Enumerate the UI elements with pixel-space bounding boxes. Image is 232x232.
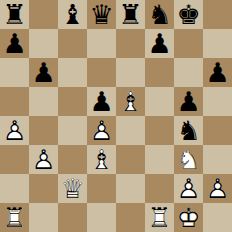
square-d5[interactable]: ♟: [87, 87, 116, 116]
square-c2[interactable]: ♛♕: [58, 174, 87, 203]
square-d4[interactable]: ♟♙: [87, 116, 116, 145]
square-h1[interactable]: [203, 203, 232, 232]
square-c6[interactable]: [58, 58, 87, 87]
square-e2[interactable]: [116, 174, 145, 203]
square-f7[interactable]: ♟: [145, 29, 174, 58]
white-piece-outline-layer: ♙: [174, 174, 203, 203]
square-f3[interactable]: [145, 145, 174, 174]
square-c8[interactable]: ♝: [58, 0, 87, 29]
black-rook-icon: ♜: [0, 0, 29, 29]
black-pawn-icon: ♟: [87, 87, 116, 116]
white-pawn-icon: ♟♙: [87, 116, 116, 145]
square-g6[interactable]: [174, 58, 203, 87]
square-g2[interactable]: ♟♙: [174, 174, 203, 203]
square-a7[interactable]: ♟: [0, 29, 29, 58]
square-d6[interactable]: [87, 58, 116, 87]
square-a6[interactable]: [0, 58, 29, 87]
black-king-icon: ♚: [174, 0, 203, 29]
square-d1[interactable]: [87, 203, 116, 232]
black-pawn-icon: ♟: [0, 29, 29, 58]
white-knight-icon: ♞♘: [174, 145, 203, 174]
square-f2[interactable]: [145, 174, 174, 203]
white-bishop-icon: ♝♗: [116, 87, 145, 116]
white-pawn-icon: ♟♙: [29, 145, 58, 174]
square-h5[interactable]: [203, 87, 232, 116]
square-f8[interactable]: ♞: [145, 0, 174, 29]
square-g1[interactable]: ♚♔: [174, 203, 203, 232]
square-e4[interactable]: [116, 116, 145, 145]
square-f1[interactable]: ♜♖: [145, 203, 174, 232]
black-pawn-icon: ♟: [145, 29, 174, 58]
square-a8[interactable]: ♜: [0, 0, 29, 29]
black-pawn-icon: ♟: [29, 58, 58, 87]
square-e8[interactable]: ♜: [116, 0, 145, 29]
black-pawn-icon: ♟: [174, 87, 203, 116]
black-knight-icon: ♞: [145, 0, 174, 29]
square-e1[interactable]: [116, 203, 145, 232]
chess-board-wrapper: ♜♝♛♜♞♚♟♟♟♟♟♝♗♟♟♙♟♙♞♟♙♝♗♞♘♛♕♟♙♟♙♜♖♜♖♚♔: [0, 0, 232, 232]
square-e3[interactable]: [116, 145, 145, 174]
square-a4[interactable]: ♟♙: [0, 116, 29, 145]
white-piece-outline-layer: ♗: [116, 87, 145, 116]
square-c1[interactable]: [58, 203, 87, 232]
square-b3[interactable]: ♟♙: [29, 145, 58, 174]
square-f4[interactable]: [145, 116, 174, 145]
square-h7[interactable]: [203, 29, 232, 58]
square-d2[interactable]: [87, 174, 116, 203]
white-piece-outline-layer: ♙: [203, 174, 232, 203]
square-d8[interactable]: ♛: [87, 0, 116, 29]
square-c4[interactable]: [58, 116, 87, 145]
square-g4[interactable]: ♞: [174, 116, 203, 145]
white-piece-outline-layer: ♖: [145, 203, 174, 232]
square-d7[interactable]: [87, 29, 116, 58]
black-queen-icon: ♛: [87, 0, 116, 29]
white-piece-outline-layer: ♖: [0, 203, 29, 232]
white-bishop-icon: ♝♗: [87, 145, 116, 174]
square-b7[interactable]: [29, 29, 58, 58]
white-pawn-icon: ♟♙: [0, 116, 29, 145]
white-piece-outline-layer: ♕: [58, 174, 87, 203]
square-h6[interactable]: ♟: [203, 58, 232, 87]
square-b2[interactable]: [29, 174, 58, 203]
square-h3[interactable]: [203, 145, 232, 174]
white-king-icon: ♚♔: [174, 203, 203, 232]
square-b8[interactable]: [29, 0, 58, 29]
black-rook-icon: ♜: [116, 0, 145, 29]
black-knight-icon: ♞: [174, 116, 203, 145]
white-piece-outline-layer: ♙: [0, 116, 29, 145]
square-a2[interactable]: [0, 174, 29, 203]
square-d3[interactable]: ♝♗: [87, 145, 116, 174]
square-b4[interactable]: [29, 116, 58, 145]
square-g3[interactable]: ♞♘: [174, 145, 203, 174]
white-piece-outline-layer: ♙: [87, 116, 116, 145]
square-e5[interactable]: ♝♗: [116, 87, 145, 116]
square-b5[interactable]: [29, 87, 58, 116]
white-rook-icon: ♜♖: [145, 203, 174, 232]
white-piece-outline-layer: ♘: [174, 145, 203, 174]
square-a5[interactable]: [0, 87, 29, 116]
square-h8[interactable]: [203, 0, 232, 29]
square-g7[interactable]: [174, 29, 203, 58]
white-piece-outline-layer: ♔: [174, 203, 203, 232]
square-h4[interactable]: [203, 116, 232, 145]
white-piece-outline-layer: ♙: [29, 145, 58, 174]
square-f6[interactable]: [145, 58, 174, 87]
square-c3[interactable]: [58, 145, 87, 174]
square-e7[interactable]: [116, 29, 145, 58]
white-piece-outline-layer: ♗: [87, 145, 116, 174]
square-b6[interactable]: ♟: [29, 58, 58, 87]
square-a1[interactable]: ♜♖: [0, 203, 29, 232]
square-h2[interactable]: ♟♙: [203, 174, 232, 203]
chess-board: ♜♝♛♜♞♚♟♟♟♟♟♝♗♟♟♙♟♙♞♟♙♝♗♞♘♛♕♟♙♟♙♜♖♜♖♚♔: [0, 0, 232, 232]
square-c7[interactable]: [58, 29, 87, 58]
square-c5[interactable]: [58, 87, 87, 116]
square-e6[interactable]: [116, 58, 145, 87]
square-g5[interactable]: ♟: [174, 87, 203, 116]
square-g8[interactable]: ♚: [174, 0, 203, 29]
square-a3[interactable]: [0, 145, 29, 174]
white-pawn-icon: ♟♙: [174, 174, 203, 203]
white-queen-icon: ♛♕: [58, 174, 87, 203]
black-pawn-icon: ♟: [203, 58, 232, 87]
white-rook-icon: ♜♖: [0, 203, 29, 232]
white-pawn-icon: ♟♙: [203, 174, 232, 203]
square-b1[interactable]: [29, 203, 58, 232]
black-bishop-icon: ♝: [58, 0, 87, 29]
square-f5[interactable]: [145, 87, 174, 116]
